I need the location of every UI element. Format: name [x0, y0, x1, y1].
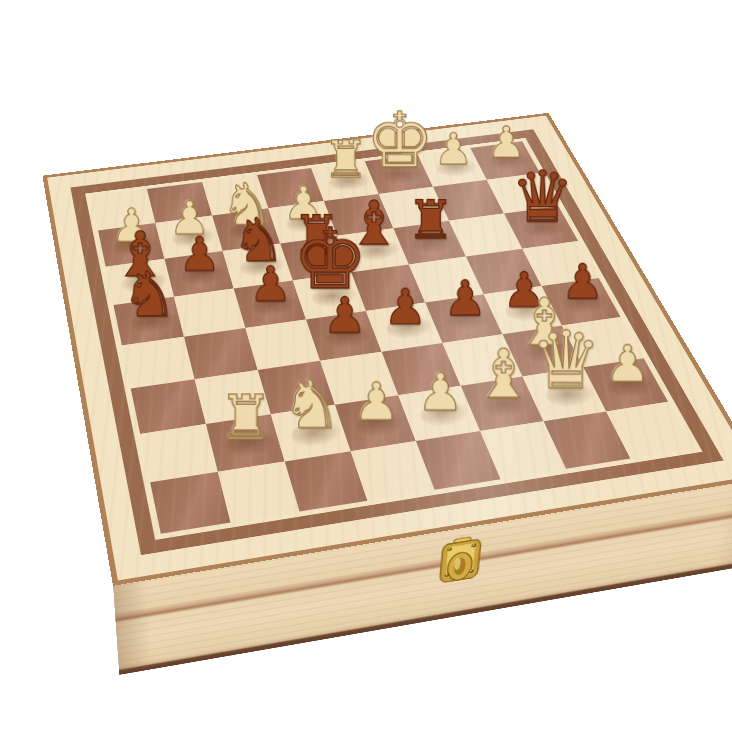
product-photo-scene: ♜♚♟♟♟♟♞♟♝♟♞♜♝♜♛♞♟♚♟♟♟♟♟♝♜♞♟♟♝♛♟ [0, 0, 732, 732]
chess-box: ♜♚♟♟♟♟♞♟♝♟♞♜♝♜♛♞♟♚♟♟♟♟♟♝♜♞♟♟♝♛♟ [42, 113, 732, 586]
piece-dark-queen-icon: ♛ [488, 163, 597, 230]
square-a1 [150, 472, 230, 534]
piece-dark-pawn-icon: ♟ [286, 293, 403, 340]
piece-dark-knight-icon: ♞ [91, 266, 207, 325]
piece-light-rook-icon: ♜ [183, 389, 309, 447]
latch-hasp-icon [434, 534, 487, 592]
